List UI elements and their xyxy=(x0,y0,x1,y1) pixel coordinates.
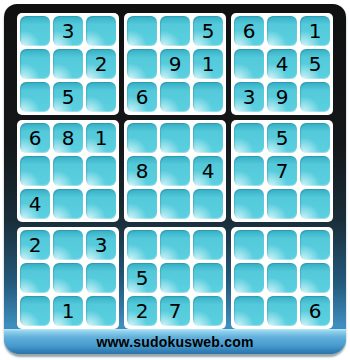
cell-r3c8[interactable]: 9 xyxy=(267,82,297,112)
cell-r9c2[interactable]: 1 xyxy=(53,296,83,326)
footer-band: www.sudokusweb.com xyxy=(4,329,346,354)
cell-r6c1[interactable]: 4 xyxy=(20,189,50,219)
cell-r2c3[interactable]: 2 xyxy=(86,49,116,79)
cell-r9c6[interactable] xyxy=(193,296,223,326)
cell-r5c2[interactable] xyxy=(53,156,83,186)
cell-r8c5[interactable] xyxy=(160,263,190,293)
cell-r1c7[interactable]: 6 xyxy=(234,16,264,46)
cell-r9c4[interactable]: 2 xyxy=(127,296,157,326)
cell-r5c6[interactable]: 4 xyxy=(193,156,223,186)
cell-r2c7[interactable] xyxy=(234,49,264,79)
cell-r9c5[interactable]: 7 xyxy=(160,296,190,326)
cell-r5c9[interactable] xyxy=(300,156,330,186)
cell-r6c9[interactable] xyxy=(300,189,330,219)
cell-r8c7[interactable] xyxy=(234,263,264,293)
cell-r9c8[interactable] xyxy=(267,296,297,326)
cell-r2c6[interactable]: 1 xyxy=(193,49,223,79)
cell-r4c3[interactable]: 1 xyxy=(86,123,116,153)
cell-r2c4[interactable] xyxy=(127,49,157,79)
cell-r4c7[interactable] xyxy=(234,123,264,153)
cell-r6c4[interactable] xyxy=(127,189,157,219)
cell-r5c5[interactable] xyxy=(160,156,190,186)
cell-r2c2[interactable] xyxy=(53,49,83,79)
cell-r5c4[interactable]: 8 xyxy=(127,156,157,186)
cell-r7c9[interactable] xyxy=(300,230,330,260)
cell-r8c1[interactable] xyxy=(20,263,50,293)
cell-r8c9[interactable] xyxy=(300,263,330,293)
cell-r1c5[interactable] xyxy=(160,16,190,46)
cell-r6c5[interactable] xyxy=(160,189,190,219)
cell-r7c4[interactable] xyxy=(127,230,157,260)
cell-r5c8[interactable]: 7 xyxy=(267,156,297,186)
cell-r4c2[interactable]: 8 xyxy=(53,123,83,153)
cell-r6c3[interactable] xyxy=(86,189,116,219)
cell-r4c5[interactable] xyxy=(160,123,190,153)
block-9: 6 xyxy=(231,227,333,329)
cell-r2c9[interactable]: 5 xyxy=(300,49,330,79)
cell-r1c9[interactable]: 1 xyxy=(300,16,330,46)
cell-r3c2[interactable]: 5 xyxy=(53,82,83,112)
cell-r8c8[interactable] xyxy=(267,263,297,293)
cell-r3c7[interactable]: 3 xyxy=(234,82,264,112)
block-6: 57 xyxy=(231,120,333,222)
cell-r9c1[interactable] xyxy=(20,296,50,326)
cell-r5c7[interactable] xyxy=(234,156,264,186)
cell-r8c3[interactable] xyxy=(86,263,116,293)
cell-r7c7[interactable] xyxy=(234,230,264,260)
cell-r6c7[interactable] xyxy=(234,189,264,219)
cell-r1c6[interactable]: 5 xyxy=(193,16,223,46)
cell-r7c1[interactable]: 2 xyxy=(20,230,50,260)
cell-r9c3[interactable] xyxy=(86,296,116,326)
cell-r5c3[interactable] xyxy=(86,156,116,186)
cell-r8c2[interactable] xyxy=(53,263,83,293)
cell-r7c5[interactable] xyxy=(160,230,190,260)
cell-r7c6[interactable] xyxy=(193,230,223,260)
cell-r3c9[interactable] xyxy=(300,82,330,112)
cell-r1c3[interactable] xyxy=(86,16,116,46)
cell-r3c5[interactable] xyxy=(160,82,190,112)
block-5: 84 xyxy=(124,120,226,222)
cell-r8c6[interactable] xyxy=(193,263,223,293)
block-2: 5916 xyxy=(124,13,226,115)
cell-r4c8[interactable]: 5 xyxy=(267,123,297,153)
site-url: www.sudokusweb.com xyxy=(96,334,253,350)
cell-r7c8[interactable] xyxy=(267,230,297,260)
cell-r4c9[interactable] xyxy=(300,123,330,153)
cell-r3c6[interactable] xyxy=(193,82,223,112)
block-7: 231 xyxy=(17,227,119,329)
cell-r6c6[interactable] xyxy=(193,189,223,219)
cell-r4c1[interactable]: 6 xyxy=(20,123,50,153)
cell-r6c8[interactable] xyxy=(267,189,297,219)
cell-r2c1[interactable] xyxy=(20,49,50,79)
cell-r2c5[interactable]: 9 xyxy=(160,49,190,79)
block-8: 527 xyxy=(124,227,226,329)
cell-r1c4[interactable] xyxy=(127,16,157,46)
cell-r4c4[interactable] xyxy=(127,123,157,153)
sudoku-grid: 3255916614539681484572315276 xyxy=(17,13,333,329)
cell-r7c3[interactable]: 3 xyxy=(86,230,116,260)
cell-r3c3[interactable] xyxy=(86,82,116,112)
cell-r3c4[interactable]: 6 xyxy=(127,82,157,112)
cell-r8c4[interactable]: 5 xyxy=(127,263,157,293)
cell-r9c7[interactable] xyxy=(234,296,264,326)
cell-r9c9[interactable]: 6 xyxy=(300,296,330,326)
cell-r3c1[interactable] xyxy=(20,82,50,112)
sudoku-board: 3255916614539681484572315276 www.sudokus… xyxy=(4,4,346,354)
cell-r6c2[interactable] xyxy=(53,189,83,219)
cell-r4c6[interactable] xyxy=(193,123,223,153)
cell-r1c8[interactable] xyxy=(267,16,297,46)
cell-r5c1[interactable] xyxy=(20,156,50,186)
cell-r1c1[interactable] xyxy=(20,16,50,46)
cell-r1c2[interactable]: 3 xyxy=(53,16,83,46)
block-4: 6814 xyxy=(17,120,119,222)
block-1: 325 xyxy=(17,13,119,115)
block-3: 614539 xyxy=(231,13,333,115)
cell-r7c2[interactable] xyxy=(53,230,83,260)
cell-r2c8[interactable]: 4 xyxy=(267,49,297,79)
